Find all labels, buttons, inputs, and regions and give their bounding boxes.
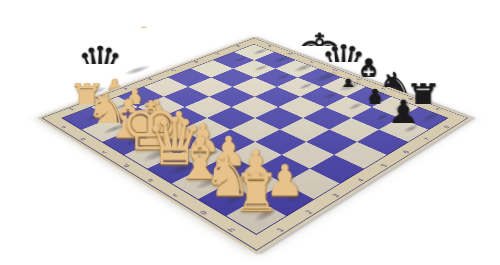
coord-rank-label-6-bottom: 6 bbox=[397, 147, 415, 156]
piece-white-rook-h1[interactable]: ♜ bbox=[182, 168, 331, 220]
chess-board: 1122334455667788aabbccddeeffgghh♜♞♟♛♝♟♚♟… bbox=[37, 37, 473, 255]
coord-rank-label-7-bottom: 7 bbox=[418, 135, 436, 144]
piece-black-pawn-h7[interactable]: ♟ bbox=[342, 95, 465, 132]
coord-rank-label-5-bottom: 5 bbox=[375, 161, 394, 171]
chess-set-photo: 1122334455667788aabbccddeeffgghh♜♞♟♛♝♟♚♟… bbox=[0, 0, 500, 265]
coord-rank-label-1-bottom: 1 bbox=[270, 224, 292, 237]
coord-file-label-h-left: h bbox=[221, 224, 243, 237]
